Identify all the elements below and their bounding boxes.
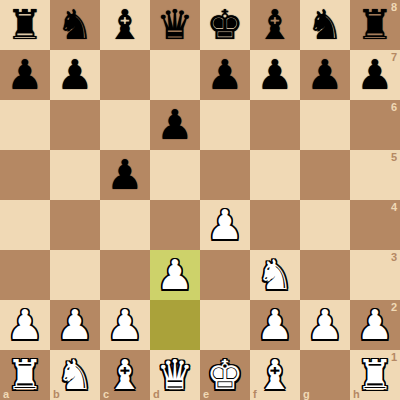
black-queen-d8[interactable]: ♛ xyxy=(150,0,200,50)
rank-label-4: 4 xyxy=(391,201,397,213)
square-d3[interactable]: ♟ xyxy=(150,250,200,300)
white-pawn-a2[interactable]: ♟ xyxy=(0,300,50,350)
square-d6[interactable]: ♟ xyxy=(150,100,200,150)
square-c5[interactable]: ♟ xyxy=(100,150,150,200)
black-pawn-h7[interactable]: ♟ xyxy=(350,50,400,100)
square-a7[interactable]: ♟ xyxy=(0,50,50,100)
black-king-e8[interactable]: ♚ xyxy=(200,0,250,50)
square-g7[interactable]: ♟ xyxy=(300,50,350,100)
square-b2[interactable]: ♟ xyxy=(50,300,100,350)
square-h8[interactable]: ♜8 xyxy=(350,0,400,50)
square-g1[interactable]: g xyxy=(300,350,350,400)
square-g3[interactable] xyxy=(300,250,350,300)
white-rook-h1[interactable]: ♜ xyxy=(350,350,400,400)
square-a1[interactable]: ♜a xyxy=(0,350,50,400)
black-pawn-g7[interactable]: ♟ xyxy=(300,50,350,100)
rank-label-6: 6 xyxy=(391,101,397,113)
square-h3[interactable]: 3 xyxy=(350,250,400,300)
square-d8[interactable]: ♛ xyxy=(150,0,200,50)
square-b8[interactable]: ♞ xyxy=(50,0,100,50)
square-f4[interactable] xyxy=(250,200,300,250)
square-c6[interactable] xyxy=(100,100,150,150)
square-a4[interactable] xyxy=(0,200,50,250)
square-e4[interactable]: ♟ xyxy=(200,200,250,250)
square-e7[interactable]: ♟ xyxy=(200,50,250,100)
white-pawn-h2[interactable]: ♟ xyxy=(350,300,400,350)
black-pawn-d6[interactable]: ♟ xyxy=(150,100,200,150)
chess-board: ♜♞♝♛♚♝♞♜8♟♟♟♟♟♟7♟6♟5♟4♟♞3♟♟♟♟♟♟2♜a♞b♝c♛d… xyxy=(0,0,400,400)
white-pawn-e4[interactable]: ♟ xyxy=(200,200,250,250)
white-knight-b1[interactable]: ♞ xyxy=(50,350,100,400)
black-rook-a8[interactable]: ♜ xyxy=(0,0,50,50)
square-f6[interactable] xyxy=(250,100,300,150)
square-c3[interactable] xyxy=(100,250,150,300)
square-a5[interactable] xyxy=(0,150,50,200)
black-knight-g8[interactable]: ♞ xyxy=(300,0,350,50)
black-pawn-a7[interactable]: ♟ xyxy=(0,50,50,100)
square-h1[interactable]: ♜1h xyxy=(350,350,400,400)
white-pawn-b2[interactable]: ♟ xyxy=(50,300,100,350)
square-b3[interactable] xyxy=(50,250,100,300)
square-d5[interactable] xyxy=(150,150,200,200)
square-g5[interactable] xyxy=(300,150,350,200)
white-knight-f3[interactable]: ♞ xyxy=(250,250,300,300)
black-bishop-c8[interactable]: ♝ xyxy=(100,0,150,50)
white-king-e1[interactable]: ♚ xyxy=(200,350,250,400)
square-e3[interactable] xyxy=(200,250,250,300)
black-rook-h8[interactable]: ♜ xyxy=(350,0,400,50)
square-e5[interactable] xyxy=(200,150,250,200)
square-g8[interactable]: ♞ xyxy=(300,0,350,50)
square-f5[interactable] xyxy=(250,150,300,200)
square-d1[interactable]: ♛d xyxy=(150,350,200,400)
chess-board-container: ♜♞♝♛♚♝♞♜8♟♟♟♟♟♟7♟6♟5♟4♟♞3♟♟♟♟♟♟2♜a♞b♝c♛d… xyxy=(0,0,400,400)
square-f3[interactable]: ♞ xyxy=(250,250,300,300)
square-e6[interactable] xyxy=(200,100,250,150)
white-pawn-d3[interactable]: ♟ xyxy=(150,250,200,300)
square-c7[interactable] xyxy=(100,50,150,100)
black-pawn-e7[interactable]: ♟ xyxy=(200,50,250,100)
square-a2[interactable]: ♟ xyxy=(0,300,50,350)
rank-label-3: 3 xyxy=(391,251,397,263)
black-pawn-b7[interactable]: ♟ xyxy=(50,50,100,100)
square-d2[interactable] xyxy=(150,300,200,350)
black-pawn-f7[interactable]: ♟ xyxy=(250,50,300,100)
square-g6[interactable] xyxy=(300,100,350,150)
square-a8[interactable]: ♜ xyxy=(0,0,50,50)
square-e2[interactable] xyxy=(200,300,250,350)
square-h5[interactable]: 5 xyxy=(350,150,400,200)
white-bishop-c1[interactable]: ♝ xyxy=(100,350,150,400)
rank-label-5: 5 xyxy=(391,151,397,163)
file-label-g: g xyxy=(303,388,310,400)
square-d4[interactable] xyxy=(150,200,200,250)
square-b5[interactable] xyxy=(50,150,100,200)
square-f2[interactable]: ♟ xyxy=(250,300,300,350)
square-g2[interactable]: ♟ xyxy=(300,300,350,350)
square-b1[interactable]: ♞b xyxy=(50,350,100,400)
white-rook-a1[interactable]: ♜ xyxy=(0,350,50,400)
square-f7[interactable]: ♟ xyxy=(250,50,300,100)
white-pawn-f2[interactable]: ♟ xyxy=(250,300,300,350)
square-h2[interactable]: ♟2 xyxy=(350,300,400,350)
square-a3[interactable] xyxy=(0,250,50,300)
square-h7[interactable]: ♟7 xyxy=(350,50,400,100)
white-pawn-c2[interactable]: ♟ xyxy=(100,300,150,350)
square-a6[interactable] xyxy=(0,100,50,150)
square-c1[interactable]: ♝c xyxy=(100,350,150,400)
white-queen-d1[interactable]: ♛ xyxy=(150,350,200,400)
square-h4[interactable]: 4 xyxy=(350,200,400,250)
white-bishop-f1[interactable]: ♝ xyxy=(250,350,300,400)
square-f1[interactable]: ♝f xyxy=(250,350,300,400)
square-c4[interactable] xyxy=(100,200,150,250)
black-bishop-f8[interactable]: ♝ xyxy=(250,0,300,50)
square-h6[interactable]: 6 xyxy=(350,100,400,150)
square-c2[interactable]: ♟ xyxy=(100,300,150,350)
square-g4[interactable] xyxy=(300,200,350,250)
square-c8[interactable]: ♝ xyxy=(100,0,150,50)
white-pawn-g2[interactable]: ♟ xyxy=(300,300,350,350)
square-e1[interactable]: ♚e xyxy=(200,350,250,400)
square-d7[interactable] xyxy=(150,50,200,100)
square-f8[interactable]: ♝ xyxy=(250,0,300,50)
black-knight-b8[interactable]: ♞ xyxy=(50,0,100,50)
square-b4[interactable] xyxy=(50,200,100,250)
square-b7[interactable]: ♟ xyxy=(50,50,100,100)
square-e8[interactable]: ♚ xyxy=(200,0,250,50)
square-b6[interactable] xyxy=(50,100,100,150)
black-pawn-c5[interactable]: ♟ xyxy=(100,150,150,200)
